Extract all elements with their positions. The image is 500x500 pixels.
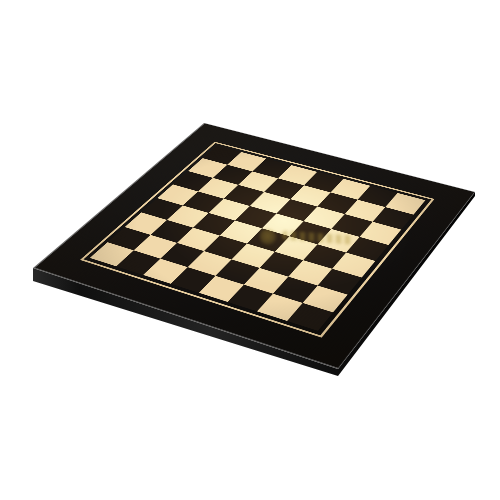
board-squares [90,146,426,331]
chess-board [33,123,475,369]
product-photo-stage [0,0,500,500]
